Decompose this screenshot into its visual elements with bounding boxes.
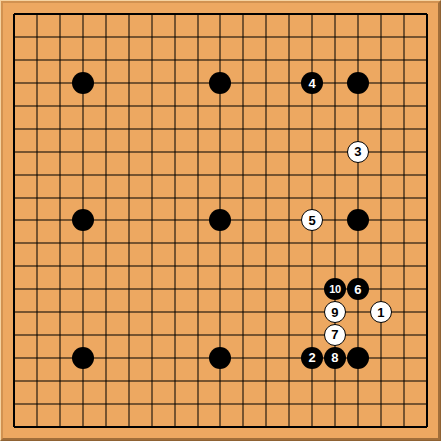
- intersection-R11: [369, 186, 392, 209]
- intersection-G17: [140, 49, 163, 72]
- intersection-M11: [255, 186, 278, 209]
- intersection-S2: [392, 392, 415, 415]
- intersection-K11: [209, 186, 232, 209]
- intersection-H15: [163, 95, 186, 118]
- intersection-O15: [301, 95, 324, 118]
- intersection-F12: [117, 163, 140, 186]
- intersection-C19: [49, 3, 72, 26]
- intersection-S11: [392, 186, 415, 209]
- intersection-B2: [26, 392, 49, 415]
- intersection-D11: [72, 186, 95, 209]
- intersection-M5: [255, 324, 278, 347]
- intersection-L10: [232, 209, 255, 232]
- stone-black-K10: [209, 209, 231, 231]
- intersection-J7: [186, 278, 209, 301]
- intersection-P15: [324, 95, 347, 118]
- intersection-Q7: 6: [346, 278, 369, 301]
- intersection-L12: [232, 163, 255, 186]
- intersection-R9: [369, 232, 392, 255]
- intersection-Q13: 3: [346, 140, 369, 163]
- intersection-B1: [26, 415, 49, 438]
- intersection-E7: [95, 278, 118, 301]
- intersection-M1: [255, 415, 278, 438]
- intersection-H7: [163, 278, 186, 301]
- intersection-R10: [369, 209, 392, 232]
- intersection-K14: [209, 117, 232, 140]
- intersection-L4: [232, 346, 255, 369]
- intersection-G15: [140, 95, 163, 118]
- intersection-M8: [255, 255, 278, 278]
- intersection-A18: [3, 26, 26, 49]
- intersection-R13: [369, 140, 392, 163]
- intersection-C8: [49, 255, 72, 278]
- intersection-M16: [255, 72, 278, 95]
- intersection-L3: [232, 369, 255, 392]
- intersection-K7: [209, 278, 232, 301]
- intersection-S5: [392, 324, 415, 347]
- intersection-F15: [117, 95, 140, 118]
- intersection-Q6: [346, 301, 369, 324]
- intersection-F7: [117, 278, 140, 301]
- intersection-C13: [49, 140, 72, 163]
- intersection-H9: [163, 232, 186, 255]
- stone-black-O16: 4: [301, 72, 323, 94]
- intersection-D18: [72, 26, 95, 49]
- intersection-T9: [415, 232, 438, 255]
- intersection-J12: [186, 163, 209, 186]
- intersection-E10: [95, 209, 118, 232]
- intersection-T8: [415, 255, 438, 278]
- intersection-N16: [278, 72, 301, 95]
- intersection-K10: [209, 209, 232, 232]
- stone-black-Q4: [347, 347, 369, 369]
- intersection-A19: [3, 3, 26, 26]
- move-number-5: 5: [308, 214, 315, 227]
- intersection-E5: [95, 324, 118, 347]
- intersection-H5: [163, 324, 186, 347]
- intersection-S9: [392, 232, 415, 255]
- intersection-T10: [415, 209, 438, 232]
- stone-white-P5: 7: [324, 324, 346, 346]
- intersection-K8: [209, 255, 232, 278]
- intersection-S7: [392, 278, 415, 301]
- intersection-F11: [117, 186, 140, 209]
- stone-black-D4: [72, 347, 94, 369]
- intersection-O1: [301, 415, 324, 438]
- intersection-H14: [163, 117, 186, 140]
- intersection-P2: [324, 392, 347, 415]
- intersection-E9: [95, 232, 118, 255]
- intersection-C16: [49, 72, 72, 95]
- intersection-N19: [278, 3, 301, 26]
- intersection-L19: [232, 3, 255, 26]
- intersection-K4: [209, 346, 232, 369]
- intersection-H1: [163, 415, 186, 438]
- intersection-M4: [255, 346, 278, 369]
- intersection-B13: [26, 140, 49, 163]
- intersection-L8: [232, 255, 255, 278]
- intersection-Q16: [346, 72, 369, 95]
- intersection-B18: [26, 26, 49, 49]
- intersection-F19: [117, 3, 140, 26]
- intersection-P11: [324, 186, 347, 209]
- intersection-F5: [117, 324, 140, 347]
- intersection-E18: [95, 26, 118, 49]
- intersection-S13: [392, 140, 415, 163]
- intersection-L16: [232, 72, 255, 95]
- intersection-P6: 9: [324, 301, 347, 324]
- intersection-Q4: [346, 346, 369, 369]
- intersection-S10: [392, 209, 415, 232]
- move-number-6: 6: [354, 283, 361, 296]
- intersection-O13: [301, 140, 324, 163]
- intersection-R17: [369, 49, 392, 72]
- intersection-R5: [369, 324, 392, 347]
- intersection-G7: [140, 278, 163, 301]
- intersection-A9: [3, 232, 26, 255]
- intersection-E8: [95, 255, 118, 278]
- intersection-B9: [26, 232, 49, 255]
- intersection-J17: [186, 49, 209, 72]
- intersection-D9: [72, 232, 95, 255]
- intersection-M17: [255, 49, 278, 72]
- intersection-H18: [163, 26, 186, 49]
- intersection-T15: [415, 95, 438, 118]
- intersection-J14: [186, 117, 209, 140]
- stone-black-P7: 10: [324, 278, 346, 300]
- intersection-S17: [392, 49, 415, 72]
- intersection-B17: [26, 49, 49, 72]
- intersection-K5: [209, 324, 232, 347]
- intersection-N4: [278, 346, 301, 369]
- intersection-D14: [72, 117, 95, 140]
- intersection-C7: [49, 278, 72, 301]
- intersection-P19: [324, 3, 347, 26]
- intersection-Q2: [346, 392, 369, 415]
- intersection-L2: [232, 392, 255, 415]
- intersection-D16: [72, 72, 95, 95]
- intersection-S18: [392, 26, 415, 49]
- intersection-E6: [95, 301, 118, 324]
- move-number-10: 10: [329, 284, 340, 295]
- intersection-J5: [186, 324, 209, 347]
- stone-black-K16: [209, 72, 231, 94]
- intersection-A17: [3, 49, 26, 72]
- intersection-L6: [232, 301, 255, 324]
- intersection-K3: [209, 369, 232, 392]
- intersection-O3: [301, 369, 324, 392]
- intersection-N3: [278, 369, 301, 392]
- intersection-J6: [186, 301, 209, 324]
- intersection-P16: [324, 72, 347, 95]
- intersection-J2: [186, 392, 209, 415]
- intersection-O12: [301, 163, 324, 186]
- intersection-T6: [415, 301, 438, 324]
- intersection-G6: [140, 301, 163, 324]
- intersection-A7: [3, 278, 26, 301]
- intersection-M3: [255, 369, 278, 392]
- intersection-D3: [72, 369, 95, 392]
- intersection-K2: [209, 392, 232, 415]
- intersection-J16: [186, 72, 209, 95]
- intersection-K19: [209, 3, 232, 26]
- intersection-D15: [72, 95, 95, 118]
- intersection-B11: [26, 186, 49, 209]
- intersection-F9: [117, 232, 140, 255]
- stone-black-O4: 2: [301, 347, 323, 369]
- intersection-D1: [72, 415, 95, 438]
- intersection-E13: [95, 140, 118, 163]
- intersection-R16: [369, 72, 392, 95]
- intersection-L5: [232, 324, 255, 347]
- intersection-E1: [95, 415, 118, 438]
- intersection-J9: [186, 232, 209, 255]
- intersection-F10: [117, 209, 140, 232]
- intersection-C9: [49, 232, 72, 255]
- intersection-L14: [232, 117, 255, 140]
- intersection-P3: [324, 369, 347, 392]
- intersection-P8: [324, 255, 347, 278]
- intersection-A6: [3, 301, 26, 324]
- intersection-T17: [415, 49, 438, 72]
- intersection-A13: [3, 140, 26, 163]
- intersection-O17: [301, 49, 324, 72]
- intersection-G1: [140, 415, 163, 438]
- intersection-A1: [3, 415, 26, 438]
- intersection-R4: [369, 346, 392, 369]
- go-board: 43510691728: [0, 0, 441, 441]
- intersection-P1: [324, 415, 347, 438]
- intersection-B10: [26, 209, 49, 232]
- intersection-D17: [72, 49, 95, 72]
- intersection-R15: [369, 95, 392, 118]
- intersection-Q14: [346, 117, 369, 140]
- intersection-J1: [186, 415, 209, 438]
- intersection-D12: [72, 163, 95, 186]
- intersection-F13: [117, 140, 140, 163]
- intersection-N17: [278, 49, 301, 72]
- go-board-grid: 43510691728: [3, 3, 438, 438]
- intersection-A2: [3, 392, 26, 415]
- intersection-H2: [163, 392, 186, 415]
- intersection-B16: [26, 72, 49, 95]
- intersection-L13: [232, 140, 255, 163]
- intersection-L1: [232, 415, 255, 438]
- intersection-F2: [117, 392, 140, 415]
- intersection-B15: [26, 95, 49, 118]
- intersection-A12: [3, 163, 26, 186]
- stone-white-O10: 5: [301, 209, 323, 231]
- intersection-F8: [117, 255, 140, 278]
- intersection-B19: [26, 3, 49, 26]
- intersection-C1: [49, 415, 72, 438]
- intersection-M18: [255, 26, 278, 49]
- intersection-J18: [186, 26, 209, 49]
- stone-white-Q13: 3: [347, 141, 369, 163]
- intersection-P4: 8: [324, 346, 347, 369]
- intersection-H13: [163, 140, 186, 163]
- intersection-A4: [3, 346, 26, 369]
- intersection-J13: [186, 140, 209, 163]
- intersection-Q18: [346, 26, 369, 49]
- stone-black-D16: [72, 72, 94, 94]
- intersection-M12: [255, 163, 278, 186]
- intersection-J8: [186, 255, 209, 278]
- intersection-K6: [209, 301, 232, 324]
- intersection-Q8: [346, 255, 369, 278]
- intersection-R14: [369, 117, 392, 140]
- intersection-T4: [415, 346, 438, 369]
- intersection-D8: [72, 255, 95, 278]
- intersection-K18: [209, 26, 232, 49]
- intersection-T11: [415, 186, 438, 209]
- intersection-N2: [278, 392, 301, 415]
- intersection-C2: [49, 392, 72, 415]
- stone-white-P6: 9: [324, 301, 346, 323]
- intersection-J3: [186, 369, 209, 392]
- intersection-F3: [117, 369, 140, 392]
- intersection-F16: [117, 72, 140, 95]
- intersection-F4: [117, 346, 140, 369]
- intersection-S3: [392, 369, 415, 392]
- intersection-D13: [72, 140, 95, 163]
- intersection-G13: [140, 140, 163, 163]
- stone-black-K4: [209, 347, 231, 369]
- intersection-Q19: [346, 3, 369, 26]
- intersection-N14: [278, 117, 301, 140]
- intersection-F6: [117, 301, 140, 324]
- intersection-D5: [72, 324, 95, 347]
- intersection-Q9: [346, 232, 369, 255]
- intersection-C17: [49, 49, 72, 72]
- intersection-E4: [95, 346, 118, 369]
- intersection-L15: [232, 95, 255, 118]
- intersection-K16: [209, 72, 232, 95]
- intersection-N7: [278, 278, 301, 301]
- intersection-P10: [324, 209, 347, 232]
- intersection-S19: [392, 3, 415, 26]
- stone-black-Q7: 6: [347, 278, 369, 300]
- intersection-O8: [301, 255, 324, 278]
- intersection-S8: [392, 255, 415, 278]
- intersection-K12: [209, 163, 232, 186]
- intersection-P5: 7: [324, 324, 347, 347]
- stone-black-Q10: [347, 209, 369, 231]
- intersection-L18: [232, 26, 255, 49]
- intersection-F14: [117, 117, 140, 140]
- intersection-O5: [301, 324, 324, 347]
- intersection-T14: [415, 117, 438, 140]
- intersection-P14: [324, 117, 347, 140]
- stone-black-D10: [72, 209, 94, 231]
- intersection-S15: [392, 95, 415, 118]
- intersection-R3: [369, 369, 392, 392]
- intersection-M13: [255, 140, 278, 163]
- intersection-H10: [163, 209, 186, 232]
- move-number-1: 1: [377, 306, 384, 319]
- intersection-C6: [49, 301, 72, 324]
- intersection-T7: [415, 278, 438, 301]
- intersection-D19: [72, 3, 95, 26]
- intersection-N5: [278, 324, 301, 347]
- intersection-B14: [26, 117, 49, 140]
- intersection-O2: [301, 392, 324, 415]
- intersection-H17: [163, 49, 186, 72]
- intersection-N18: [278, 26, 301, 49]
- intersection-C15: [49, 95, 72, 118]
- intersection-B7: [26, 278, 49, 301]
- intersection-R7: [369, 278, 392, 301]
- intersection-T2: [415, 392, 438, 415]
- intersection-L17: [232, 49, 255, 72]
- intersection-P17: [324, 49, 347, 72]
- intersection-P18: [324, 26, 347, 49]
- intersection-A3: [3, 369, 26, 392]
- intersection-A16: [3, 72, 26, 95]
- intersection-K1: [209, 415, 232, 438]
- intersection-L11: [232, 186, 255, 209]
- intersection-R2: [369, 392, 392, 415]
- intersection-Q15: [346, 95, 369, 118]
- intersection-G5: [140, 324, 163, 347]
- intersection-O11: [301, 186, 324, 209]
- intersection-G2: [140, 392, 163, 415]
- intersection-A14: [3, 117, 26, 140]
- intersection-J19: [186, 3, 209, 26]
- intersection-P9: [324, 232, 347, 255]
- intersection-G10: [140, 209, 163, 232]
- intersection-C11: [49, 186, 72, 209]
- intersection-N9: [278, 232, 301, 255]
- intersection-E16: [95, 72, 118, 95]
- intersection-L7: [232, 278, 255, 301]
- intersection-G16: [140, 72, 163, 95]
- intersection-T18: [415, 26, 438, 49]
- intersection-C3: [49, 369, 72, 392]
- intersection-D6: [72, 301, 95, 324]
- intersection-N12: [278, 163, 301, 186]
- stone-black-P4: 8: [324, 347, 346, 369]
- intersection-T5: [415, 324, 438, 347]
- intersection-T12: [415, 163, 438, 186]
- intersection-C5: [49, 324, 72, 347]
- intersection-B5: [26, 324, 49, 347]
- move-number-2: 2: [308, 351, 315, 364]
- intersection-G3: [140, 369, 163, 392]
- move-number-7: 7: [331, 328, 338, 341]
- intersection-B12: [26, 163, 49, 186]
- intersection-G14: [140, 117, 163, 140]
- intersection-T3: [415, 369, 438, 392]
- intersection-M10: [255, 209, 278, 232]
- intersection-S16: [392, 72, 415, 95]
- intersection-M14: [255, 117, 278, 140]
- intersection-O6: [301, 301, 324, 324]
- intersection-T16: [415, 72, 438, 95]
- intersection-K13: [209, 140, 232, 163]
- intersection-S14: [392, 117, 415, 140]
- intersection-B4: [26, 346, 49, 369]
- intersection-O4: 2: [301, 346, 324, 369]
- intersection-S6: [392, 301, 415, 324]
- intersection-J15: [186, 95, 209, 118]
- intersection-D4: [72, 346, 95, 369]
- intersection-O16: 4: [301, 72, 324, 95]
- intersection-A10: [3, 209, 26, 232]
- intersection-S4: [392, 346, 415, 369]
- intersection-E12: [95, 163, 118, 186]
- intersection-F18: [117, 26, 140, 49]
